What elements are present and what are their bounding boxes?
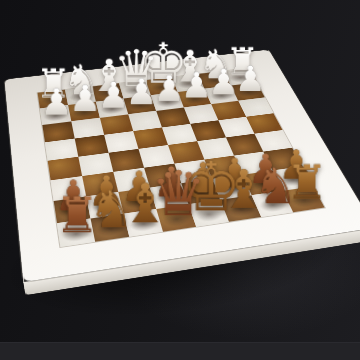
piece-white-pawn: ♟ xyxy=(97,77,129,113)
floor-band xyxy=(0,342,360,360)
scene: ♜♞♝♛♚♝♞♜♟♟♟♟♟♟♟♟♟♟♟♟♟♟♟♟♜♞♝♛♚♝♞♜ xyxy=(0,0,360,360)
chessboard-3d: ♜♞♝♛♚♝♞♜♟♟♟♟♟♟♟♟♟♟♟♟♟♟♟♟♜♞♝♛♚♝♞♜ xyxy=(4,50,360,282)
square-b3 xyxy=(71,118,104,139)
piece-white-pawn: ♟ xyxy=(69,81,102,117)
square-e4 xyxy=(162,124,197,145)
marble-board-slab: ♜♞♝♛♚♝♞♜♟♟♟♟♟♟♟♟♟♟♟♟♟♟♟♟♜♞♝♛♚♝♞♜ xyxy=(4,50,360,282)
piece-white-pawn: ♟ xyxy=(40,84,73,121)
square-h4 xyxy=(246,113,282,133)
piece-brown-rook: ♜ xyxy=(55,191,99,241)
square-a8: ♜ xyxy=(57,218,95,246)
board-grid: ♜♞♝♛♚♝♞♜♟♟♟♟♟♟♟♟♟♟♟♟♟♟♟♟♜♞♝♛♚♝♞♜ xyxy=(38,68,325,247)
square-a4 xyxy=(45,139,78,161)
square-b2: ♟ xyxy=(68,102,100,122)
square-b4 xyxy=(75,135,109,157)
piece-white-pawn: ♟ xyxy=(181,68,213,103)
piece-white-pawn: ♟ xyxy=(125,74,157,110)
piece-white-pawn: ♟ xyxy=(208,65,240,100)
piece-white-pawn: ♟ xyxy=(153,71,185,107)
